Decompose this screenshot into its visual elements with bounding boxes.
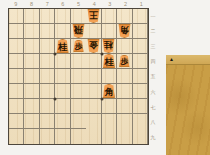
board-cell[interactable]: [24, 84, 39, 99]
board-cell[interactable]: [102, 114, 117, 129]
board-cell[interactable]: [40, 54, 55, 69]
board-cells: 王飛角桂歩金桂桂歩角: [8, 8, 149, 145]
board-cell[interactable]: [55, 24, 70, 39]
shogi-piece-sente[interactable]: 桂: [56, 39, 69, 53]
shogi-piece-gote[interactable]: 王: [87, 9, 100, 23]
rank-label: 一: [148, 8, 158, 23]
board-cell[interactable]: [71, 129, 86, 144]
board-cell[interactable]: [24, 39, 39, 54]
board-cell[interactable]: [40, 9, 55, 24]
shogi-piece-gote[interactable]: 桂: [102, 39, 115, 53]
board-cell[interactable]: 金: [86, 39, 101, 54]
file-label: 4: [86, 1, 102, 7]
board-cell[interactable]: [24, 24, 39, 39]
board-cell[interactable]: [133, 99, 148, 114]
board-cell[interactable]: [40, 99, 55, 114]
board-cell[interactable]: [86, 84, 101, 99]
board-cell[interactable]: [117, 129, 132, 144]
file-label: 8: [24, 1, 40, 7]
board-cell[interactable]: [86, 24, 101, 39]
board-cell[interactable]: [9, 39, 24, 54]
board-cell[interactable]: [55, 84, 70, 99]
hoshi-dot: [54, 53, 57, 56]
rank-label: 四: [148, 54, 158, 69]
file-label: 1: [133, 1, 149, 7]
board-cell[interactable]: 飛: [71, 24, 86, 39]
board-cell[interactable]: 歩: [117, 54, 132, 69]
rank-label: 二: [148, 23, 158, 38]
board-cell[interactable]: [71, 9, 86, 24]
board-cell[interactable]: [86, 69, 101, 84]
board-cell[interactable]: [55, 99, 70, 114]
board-cell[interactable]: 桂: [55, 39, 70, 54]
board-cell[interactable]: [133, 114, 148, 129]
board-cell[interactable]: [40, 39, 55, 54]
board-cell[interactable]: 王: [86, 9, 101, 24]
board-cell[interactable]: [86, 99, 101, 114]
board-cell[interactable]: [9, 99, 24, 114]
board-cell[interactable]: [9, 114, 24, 129]
shogi-board-area: 王飛角桂歩金桂桂歩角: [8, 8, 149, 145]
rank-label: 三: [148, 38, 158, 53]
board-cell[interactable]: [102, 69, 117, 84]
hoshi-dot: [54, 98, 57, 101]
board-cell[interactable]: [133, 54, 148, 69]
rank-label: 九: [148, 130, 158, 145]
shogi-piece-sente[interactable]: 歩: [73, 40, 84, 53]
board-cell[interactable]: [133, 129, 148, 144]
board-cell[interactable]: [55, 69, 70, 84]
rank-label: 五: [148, 69, 158, 84]
board-cell[interactable]: [117, 39, 132, 54]
board-cell[interactable]: [24, 9, 39, 24]
board-cell[interactable]: [9, 129, 24, 144]
file-label: 9: [8, 1, 24, 7]
sente-marker-icon: ▲: [169, 57, 174, 62]
board-cell[interactable]: [86, 114, 101, 129]
board-cell[interactable]: 桂: [102, 54, 117, 69]
board-cell[interactable]: [40, 84, 55, 99]
board-cell[interactable]: [102, 9, 117, 24]
board-cell[interactable]: [55, 9, 70, 24]
board-cell[interactable]: [102, 129, 117, 144]
board-cell[interactable]: [9, 9, 24, 24]
board-cell[interactable]: [71, 114, 86, 129]
file-labels: 987654321: [8, 1, 149, 7]
board-cell[interactable]: [9, 24, 24, 39]
board-cell[interactable]: [133, 39, 148, 54]
board-cell[interactable]: [40, 69, 55, 84]
rank-label: 七: [148, 99, 158, 114]
board-cell[interactable]: [133, 69, 148, 84]
board-cell[interactable]: [117, 84, 132, 99]
board-cell[interactable]: 角: [102, 84, 117, 99]
board-cell[interactable]: [102, 99, 117, 114]
board-cell[interactable]: [117, 69, 132, 84]
file-label: 5: [71, 1, 87, 7]
board-cell[interactable]: [71, 84, 86, 99]
board-cell[interactable]: 歩: [71, 39, 86, 54]
board-cell[interactable]: [40, 114, 55, 129]
shogi-piece-gote[interactable]: 金: [87, 39, 100, 53]
board-cell[interactable]: [133, 9, 148, 24]
board-cell[interactable]: [55, 54, 70, 69]
file-label: 6: [55, 1, 71, 7]
shogi-piece-sente[interactable]: 歩: [119, 55, 130, 68]
board-cell[interactable]: [133, 24, 148, 39]
board-cell[interactable]: [40, 24, 55, 39]
board-cell[interactable]: [117, 99, 132, 114]
shogi-piece-sente[interactable]: 桂: [102, 54, 115, 68]
board-cell[interactable]: 角: [117, 24, 132, 39]
shogi-piece-sente[interactable]: 角: [102, 84, 115, 98]
shogi-piece-gote[interactable]: 角: [118, 24, 131, 38]
komadai-header: ▲: [166, 55, 210, 65]
board-cell[interactable]: [24, 54, 39, 69]
board-cell[interactable]: [86, 54, 101, 69]
komadai-sente: ▲: [166, 55, 210, 155]
rank-label: 六: [148, 84, 158, 99]
file-label: 2: [118, 1, 134, 7]
board-cell[interactable]: [24, 69, 39, 84]
file-label: 7: [39, 1, 55, 7]
board-cell[interactable]: [102, 24, 117, 39]
board-cell[interactable]: [9, 84, 24, 99]
hoshi-dot: [100, 98, 103, 101]
board-cell[interactable]: [24, 129, 39, 144]
rank-label: 八: [148, 115, 158, 130]
board-cell[interactable]: [71, 54, 86, 69]
board-cell[interactable]: 桂: [102, 39, 117, 54]
board-cell[interactable]: [71, 69, 86, 84]
board-cell[interactable]: [55, 114, 70, 129]
hoshi-dot: [100, 53, 103, 56]
komadai-hand-pieces[interactable]: [166, 65, 210, 155]
file-label: 3: [102, 1, 118, 7]
board-cell[interactable]: [9, 54, 24, 69]
board-cell[interactable]: [117, 9, 132, 24]
board-cell[interactable]: [133, 84, 148, 99]
shogi-piece-gote[interactable]: 飛: [72, 24, 85, 38]
board-cell[interactable]: [117, 114, 132, 129]
board-cell[interactable]: [55, 129, 70, 144]
rank-labels: 一二三四五六七八九: [148, 8, 158, 145]
board-cell[interactable]: [24, 99, 39, 114]
board-cell[interactable]: [9, 69, 24, 84]
board-cell[interactable]: [86, 129, 101, 144]
board-cell[interactable]: [40, 129, 55, 144]
board-cell[interactable]: [24, 114, 39, 129]
board-cell[interactable]: [71, 99, 86, 114]
